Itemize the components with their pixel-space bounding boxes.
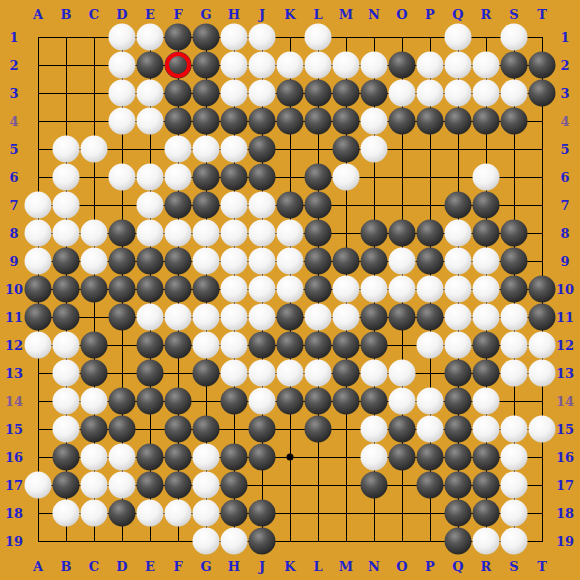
stone-G7[interactable] [193, 192, 220, 219]
stone-R7[interactable] [473, 192, 500, 219]
stone-C12[interactable] [81, 332, 108, 359]
stone-T15[interactable] [529, 416, 556, 443]
row-label-left-19: 19 [5, 535, 23, 548]
row-label-left-11: 11 [5, 311, 23, 324]
stone-N17[interactable] [361, 472, 388, 499]
stone-F9[interactable] [165, 248, 192, 275]
stone-K3[interactable] [277, 80, 304, 107]
stone-F15[interactable] [165, 416, 192, 443]
stone-G18[interactable] [193, 500, 220, 527]
stone-A10[interactable] [25, 276, 52, 303]
stone-M2[interactable] [333, 52, 360, 79]
stone-D16[interactable] [109, 444, 136, 471]
stone-O15[interactable] [389, 416, 416, 443]
stone-C9[interactable] [81, 248, 108, 275]
stone-K11[interactable] [277, 304, 304, 331]
stone-S12[interactable] [501, 332, 528, 359]
stone-E11[interactable] [137, 304, 164, 331]
stone-D6[interactable] [109, 164, 136, 191]
stone-C13[interactable] [81, 360, 108, 387]
stone-N11[interactable] [361, 304, 388, 331]
stone-L8[interactable] [305, 220, 332, 247]
stone-N10[interactable] [361, 276, 388, 303]
stone-G9[interactable] [193, 248, 220, 275]
stone-C8[interactable] [81, 220, 108, 247]
row-label-right-14: 14 [556, 395, 574, 408]
stone-F14[interactable] [165, 388, 192, 415]
stone-Q2[interactable] [445, 52, 472, 79]
stone-G2[interactable] [193, 52, 220, 79]
stone-K12[interactable] [277, 332, 304, 359]
col-label-bottom-J: J [259, 560, 265, 573]
stone-P11[interactable] [417, 304, 444, 331]
stone-F12[interactable] [165, 332, 192, 359]
stone-E16[interactable] [137, 444, 164, 471]
stone-P16[interactable] [417, 444, 444, 471]
stone-S11[interactable] [501, 304, 528, 331]
stone-K9[interactable] [277, 248, 304, 275]
stone-E4[interactable] [137, 108, 164, 135]
stone-B16[interactable] [53, 444, 80, 471]
stone-T11[interactable] [529, 304, 556, 331]
stone-J14[interactable] [249, 388, 276, 415]
col-label-top-B: B [61, 8, 72, 21]
stone-N2[interactable] [361, 52, 388, 79]
stone-S2[interactable] [501, 52, 528, 79]
stone-M12[interactable] [333, 332, 360, 359]
stone-T10[interactable] [529, 276, 556, 303]
stone-O14[interactable] [389, 388, 416, 415]
stone-R10[interactable] [473, 276, 500, 303]
stone-J18[interactable] [249, 500, 276, 527]
col-label-bottom-P: P [425, 560, 435, 573]
stone-M4[interactable] [333, 108, 360, 135]
stone-F10[interactable] [165, 276, 192, 303]
stone-K14[interactable] [277, 388, 304, 415]
stone-O8[interactable] [389, 220, 416, 247]
stone-R11[interactable] [473, 304, 500, 331]
stone-L12[interactable] [305, 332, 332, 359]
stone-S15[interactable] [501, 416, 528, 443]
stone-G4[interactable] [193, 108, 220, 135]
stone-N14[interactable] [361, 388, 388, 415]
stone-F18[interactable] [165, 500, 192, 527]
stone-O4[interactable] [389, 108, 416, 135]
col-label-bottom-H: H [228, 560, 240, 573]
stone-F5[interactable] [165, 136, 192, 163]
stone-E18[interactable] [137, 500, 164, 527]
col-label-top-N: N [368, 8, 380, 21]
stone-R12[interactable] [473, 332, 500, 359]
stone-B5[interactable] [53, 136, 80, 163]
stone-E13[interactable] [137, 360, 164, 387]
stone-D2[interactable] [109, 52, 136, 79]
stone-E12[interactable] [137, 332, 164, 359]
stone-Q1[interactable] [445, 24, 472, 51]
stone-R15[interactable] [473, 416, 500, 443]
col-label-bottom-N: N [368, 560, 380, 573]
stone-F7[interactable] [165, 192, 192, 219]
stone-M6[interactable] [333, 164, 360, 191]
stone-M3[interactable] [333, 80, 360, 107]
row-label-left-13: 13 [5, 367, 23, 380]
stone-J12[interactable] [249, 332, 276, 359]
col-label-bottom-O: O [396, 560, 407, 573]
stone-A8[interactable] [25, 220, 52, 247]
stone-D17[interactable] [109, 472, 136, 499]
stone-J6[interactable] [249, 164, 276, 191]
stone-G6[interactable] [193, 164, 220, 191]
row-label-left-8: 8 [9, 227, 18, 240]
stone-C18[interactable] [81, 500, 108, 527]
stone-P17[interactable] [417, 472, 444, 499]
stone-Q18[interactable] [445, 500, 472, 527]
stone-P15[interactable] [417, 416, 444, 443]
stone-Q7[interactable] [445, 192, 472, 219]
stone-G3[interactable] [193, 80, 220, 107]
stone-B8[interactable] [53, 220, 80, 247]
stone-J7[interactable] [249, 192, 276, 219]
stone-F8[interactable] [165, 220, 192, 247]
stone-H10[interactable] [221, 276, 248, 303]
stone-G12[interactable] [193, 332, 220, 359]
stone-H2[interactable] [221, 52, 248, 79]
stone-N5[interactable] [361, 136, 388, 163]
stone-G10[interactable] [193, 276, 220, 303]
stone-O9[interactable] [389, 248, 416, 275]
stone-E8[interactable] [137, 220, 164, 247]
stone-P14[interactable] [417, 388, 444, 415]
stone-N15[interactable] [361, 416, 388, 443]
stone-H14[interactable] [221, 388, 248, 415]
stone-B9[interactable] [53, 248, 80, 275]
stone-J10[interactable] [249, 276, 276, 303]
stone-Q10[interactable] [445, 276, 472, 303]
stone-B7[interactable] [53, 192, 80, 219]
stone-Q17[interactable] [445, 472, 472, 499]
stone-D8[interactable] [109, 220, 136, 247]
stone-E6[interactable] [137, 164, 164, 191]
stone-G11[interactable] [193, 304, 220, 331]
stone-M10[interactable] [333, 276, 360, 303]
stone-R17[interactable] [473, 472, 500, 499]
stone-E7[interactable] [137, 192, 164, 219]
stone-R2[interactable] [473, 52, 500, 79]
stone-M11[interactable] [333, 304, 360, 331]
row-label-right-17: 17 [556, 479, 574, 492]
stone-Q12[interactable] [445, 332, 472, 359]
stone-L13[interactable] [305, 360, 332, 387]
col-label-top-C: C [89, 8, 99, 21]
stone-Q11[interactable] [445, 304, 472, 331]
stone-S17[interactable] [501, 472, 528, 499]
stone-M14[interactable] [333, 388, 360, 415]
stone-L6[interactable] [305, 164, 332, 191]
stone-R18[interactable] [473, 500, 500, 527]
stone-D11[interactable] [109, 304, 136, 331]
stone-K2[interactable] [277, 52, 304, 79]
stone-R8[interactable] [473, 220, 500, 247]
stone-J1[interactable] [249, 24, 276, 51]
stone-K13[interactable] [277, 360, 304, 387]
stone-P12[interactable] [417, 332, 444, 359]
stone-K8[interactable] [277, 220, 304, 247]
stone-B17[interactable] [53, 472, 80, 499]
row-label-right-10: 10 [556, 283, 574, 296]
stone-T13[interactable] [529, 360, 556, 387]
stone-B18[interactable] [53, 500, 80, 527]
stone-D18[interactable] [109, 500, 136, 527]
stone-B11[interactable] [53, 304, 80, 331]
stone-B6[interactable] [53, 164, 80, 191]
stone-H8[interactable] [221, 220, 248, 247]
stone-T3[interactable] [529, 80, 556, 107]
stone-S10[interactable] [501, 276, 528, 303]
stone-C15[interactable] [81, 416, 108, 443]
stone-R4[interactable] [473, 108, 500, 135]
stone-J15[interactable] [249, 416, 276, 443]
stone-C17[interactable] [81, 472, 108, 499]
stone-M13[interactable] [333, 360, 360, 387]
stone-G5[interactable] [193, 136, 220, 163]
stone-L3[interactable] [305, 80, 332, 107]
stone-D14[interactable] [109, 388, 136, 415]
col-label-bottom-E: E [145, 560, 155, 573]
stone-B12[interactable] [53, 332, 80, 359]
stone-K10[interactable] [277, 276, 304, 303]
row-label-left-5: 5 [9, 143, 18, 156]
stone-Q8[interactable] [445, 220, 472, 247]
stone-S8[interactable] [501, 220, 528, 247]
row-label-left-10: 10 [5, 283, 23, 296]
stone-A12[interactable] [25, 332, 52, 359]
stone-A17[interactable] [25, 472, 52, 499]
stone-P2[interactable] [417, 52, 444, 79]
stone-A7[interactable] [25, 192, 52, 219]
stone-H6[interactable] [221, 164, 248, 191]
stone-G19[interactable] [193, 528, 220, 555]
stone-N3[interactable] [361, 80, 388, 107]
stone-L1[interactable] [305, 24, 332, 51]
row-label-right-5: 5 [560, 143, 569, 156]
stone-D9[interactable] [109, 248, 136, 275]
stone-H13[interactable] [221, 360, 248, 387]
stone-P4[interactable] [417, 108, 444, 135]
stone-L15[interactable] [305, 416, 332, 443]
stone-H1[interactable] [221, 24, 248, 51]
row-label-left-1: 1 [9, 31, 18, 44]
stone-N9[interactable] [361, 248, 388, 275]
stone-D1[interactable] [109, 24, 136, 51]
stone-H4[interactable] [221, 108, 248, 135]
stone-O16[interactable] [389, 444, 416, 471]
stone-Q9[interactable] [445, 248, 472, 275]
col-label-top-M: M [339, 8, 353, 21]
stone-J8[interactable] [249, 220, 276, 247]
stone-E17[interactable] [137, 472, 164, 499]
stone-K7[interactable] [277, 192, 304, 219]
stone-S4[interactable] [501, 108, 528, 135]
stone-E10[interactable] [137, 276, 164, 303]
stone-L10[interactable] [305, 276, 332, 303]
stone-L14[interactable] [305, 388, 332, 415]
stone-R3[interactable] [473, 80, 500, 107]
stone-D3[interactable] [109, 80, 136, 107]
stone-M9[interactable] [333, 248, 360, 275]
stone-L9[interactable] [305, 248, 332, 275]
stone-N4[interactable] [361, 108, 388, 135]
stone-S9[interactable] [501, 248, 528, 275]
stone-L2[interactable] [305, 52, 332, 79]
stone-Q19[interactable] [445, 528, 472, 555]
stone-R6[interactable] [473, 164, 500, 191]
stone-P8[interactable] [417, 220, 444, 247]
col-label-bottom-M: M [339, 560, 353, 573]
stone-G13[interactable] [193, 360, 220, 387]
stone-Q3[interactable] [445, 80, 472, 107]
stone-H12[interactable] [221, 332, 248, 359]
stone-R14[interactable] [473, 388, 500, 415]
stone-L7[interactable] [305, 192, 332, 219]
row-label-right-11: 11 [556, 311, 574, 324]
stone-N8[interactable] [361, 220, 388, 247]
stone-S3[interactable] [501, 80, 528, 107]
stone-L4[interactable] [305, 108, 332, 135]
stone-S13[interactable] [501, 360, 528, 387]
row-label-left-6: 6 [9, 171, 18, 184]
stone-H17[interactable] [221, 472, 248, 499]
stone-L11[interactable] [305, 304, 332, 331]
stone-R9[interactable] [473, 248, 500, 275]
stone-A11[interactable] [25, 304, 52, 331]
row-label-right-16: 16 [556, 451, 574, 464]
stone-F16[interactable] [165, 444, 192, 471]
stone-R19[interactable] [473, 528, 500, 555]
stone-C10[interactable] [81, 276, 108, 303]
stone-E9[interactable] [137, 248, 164, 275]
stone-S1[interactable] [501, 24, 528, 51]
stone-F11[interactable] [165, 304, 192, 331]
row-label-left-7: 7 [9, 199, 18, 212]
stone-G17[interactable] [193, 472, 220, 499]
stone-H3[interactable] [221, 80, 248, 107]
stone-J2[interactable] [249, 52, 276, 79]
stone-J11[interactable] [249, 304, 276, 331]
stone-R16[interactable] [473, 444, 500, 471]
stone-Q4[interactable] [445, 108, 472, 135]
stone-H19[interactable] [221, 528, 248, 555]
stone-S16[interactable] [501, 444, 528, 471]
go-board-screenshot: AABBCCDDEEFFGGHHJJKKLLMMNNOOPPQQRRSSTT11… [0, 0, 580, 580]
col-label-top-G: G [200, 8, 211, 21]
stone-P9[interactable] [417, 248, 444, 275]
stone-D10[interactable] [109, 276, 136, 303]
stone-O13[interactable] [389, 360, 416, 387]
col-label-bottom-K: K [284, 560, 295, 573]
stone-E14[interactable] [137, 388, 164, 415]
stone-F3[interactable] [165, 80, 192, 107]
stone-E1[interactable] [137, 24, 164, 51]
stone-N16[interactable] [361, 444, 388, 471]
stone-C16[interactable] [81, 444, 108, 471]
stone-E3[interactable] [137, 80, 164, 107]
stone-O10[interactable] [389, 276, 416, 303]
stone-H18[interactable] [221, 500, 248, 527]
stone-Q15[interactable] [445, 416, 472, 443]
stone-B14[interactable] [53, 388, 80, 415]
stone-B13[interactable] [53, 360, 80, 387]
stone-K4[interactable] [277, 108, 304, 135]
col-label-bottom-S: S [509, 560, 518, 573]
stone-J13[interactable] [249, 360, 276, 387]
stone-F4[interactable] [165, 108, 192, 135]
stone-O11[interactable] [389, 304, 416, 331]
stone-B15[interactable] [53, 416, 80, 443]
stone-A9[interactable] [25, 248, 52, 275]
row-label-right-7: 7 [560, 199, 569, 212]
stone-T2[interactable] [529, 52, 556, 79]
stone-B10[interactable] [53, 276, 80, 303]
stone-J5[interactable] [249, 136, 276, 163]
stone-E2[interactable] [137, 52, 164, 79]
stone-F6[interactable] [165, 164, 192, 191]
stone-S19[interactable] [501, 528, 528, 555]
stone-Q13[interactable] [445, 360, 472, 387]
stone-J9[interactable] [249, 248, 276, 275]
stone-R13[interactable] [473, 360, 500, 387]
stone-G16[interactable] [193, 444, 220, 471]
stone-O2[interactable] [389, 52, 416, 79]
col-label-top-Q: Q [452, 8, 463, 21]
stone-C14[interactable] [81, 388, 108, 415]
stone-H16[interactable] [221, 444, 248, 471]
stone-J16[interactable] [249, 444, 276, 471]
stone-T12[interactable] [529, 332, 556, 359]
stone-J3[interactable] [249, 80, 276, 107]
stone-F17[interactable] [165, 472, 192, 499]
stone-C5[interactable] [81, 136, 108, 163]
stone-P3[interactable] [417, 80, 444, 107]
stone-O3[interactable] [389, 80, 416, 107]
hoshi-K16 [287, 454, 294, 461]
stone-G15[interactable] [193, 416, 220, 443]
stone-H9[interactable] [221, 248, 248, 275]
row-label-left-9: 9 [9, 255, 18, 268]
stone-H5[interactable] [221, 136, 248, 163]
stone-S18[interactable] [501, 500, 528, 527]
stone-P10[interactable] [417, 276, 444, 303]
stone-D4[interactable] [109, 108, 136, 135]
stone-J4[interactable] [249, 108, 276, 135]
stone-Q16[interactable] [445, 444, 472, 471]
stone-M5[interactable] [333, 136, 360, 163]
stone-N13[interactable] [361, 360, 388, 387]
stone-H11[interactable] [221, 304, 248, 331]
stone-Q14[interactable] [445, 388, 472, 415]
stone-G1[interactable] [193, 24, 220, 51]
stone-G8[interactable] [193, 220, 220, 247]
stone-J19[interactable] [249, 528, 276, 555]
row-label-right-2: 2 [560, 59, 569, 72]
row-label-left-2: 2 [9, 59, 18, 72]
stone-D15[interactable] [109, 416, 136, 443]
stone-H7[interactable] [221, 192, 248, 219]
stone-F1[interactable] [165, 24, 192, 51]
col-label-top-J: J [259, 8, 265, 21]
col-label-top-T: T [537, 8, 547, 21]
col-label-bottom-G: G [200, 560, 211, 573]
stone-N12[interactable] [361, 332, 388, 359]
